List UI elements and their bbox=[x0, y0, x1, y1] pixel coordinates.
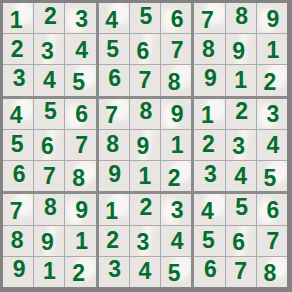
cell-r7c9[interactable]: 6 bbox=[257, 194, 287, 224]
box-9: 456567678 bbox=[194, 194, 287, 287]
cell-digit: 8 bbox=[44, 196, 57, 219]
cell-r5c3[interactable]: 7 bbox=[65, 130, 95, 160]
cell-r8c3[interactable]: 1 bbox=[65, 226, 95, 256]
cell-digit: 2 bbox=[44, 5, 57, 28]
cell-digit: 1 bbox=[10, 9, 23, 32]
cell-digit: 1 bbox=[105, 200, 118, 223]
cell-r8c5[interactable]: 3 bbox=[130, 226, 160, 256]
cell-r6c9[interactable]: 5 bbox=[257, 161, 287, 191]
cell-r4c1[interactable]: 4 bbox=[3, 99, 33, 129]
cell-digit: 5 bbox=[235, 196, 248, 219]
cell-r2c2[interactable]: 3 bbox=[34, 34, 64, 64]
cell-r1c6[interactable]: 6 bbox=[161, 3, 191, 33]
cell-r3c5[interactable]: 7 bbox=[130, 65, 160, 95]
cell-digit: 5 bbox=[202, 229, 215, 252]
cell-digit: 6 bbox=[108, 67, 121, 90]
cell-r1c4[interactable]: 4 bbox=[99, 3, 129, 33]
cell-digit: 1 bbox=[75, 230, 88, 253]
cell-digit: 4 bbox=[139, 260, 152, 283]
cell-digit: 9 bbox=[171, 103, 184, 126]
cell-r5c2[interactable]: 6 bbox=[34, 130, 64, 160]
cell-digit: 3 bbox=[75, 8, 88, 31]
cell-digit: 5 bbox=[140, 5, 153, 28]
cell-digit: 7 bbox=[75, 134, 88, 157]
cell-digit: 4 bbox=[75, 39, 88, 62]
cell-r8c9[interactable]: 7 bbox=[257, 226, 287, 256]
cell-r4c4[interactable]: 7 bbox=[99, 99, 129, 129]
cell-r9c6[interactable]: 5 bbox=[161, 257, 191, 287]
cell-digit: 6 bbox=[171, 8, 184, 31]
cell-r3c9[interactable]: 2 bbox=[257, 65, 287, 95]
box-3: 789891912 bbox=[194, 3, 287, 96]
cell-digit: 3 bbox=[266, 103, 279, 126]
cell-digit: 5 bbox=[72, 71, 85, 94]
cell-digit: 1 bbox=[201, 104, 214, 127]
cell-digit: 9 bbox=[13, 258, 26, 281]
cell-digit: 6 bbox=[41, 135, 54, 158]
cell-r1c2[interactable]: 2 bbox=[34, 3, 64, 33]
cell-r9c9[interactable]: 8 bbox=[257, 257, 287, 287]
cell-digit: 2 bbox=[140, 196, 153, 219]
cell-r2c7[interactable]: 8 bbox=[194, 34, 224, 64]
cell-digit: 2 bbox=[202, 133, 215, 156]
cell-digit: 5 bbox=[263, 167, 276, 190]
cell-digit: 6 bbox=[75, 103, 88, 126]
cell-digit: 8 bbox=[168, 71, 181, 94]
cell-r9c8[interactable]: 7 bbox=[226, 257, 256, 287]
cell-r7c4[interactable]: 1 bbox=[99, 194, 129, 224]
cell-r7c2[interactable]: 8 bbox=[34, 194, 64, 224]
cell-digit: 5 bbox=[44, 100, 57, 123]
cell-digit: 3 bbox=[108, 258, 121, 281]
box-1: 123234345 bbox=[3, 3, 96, 96]
cell-r8c4[interactable]: 2 bbox=[99, 226, 129, 256]
cell-digit: 2 bbox=[235, 100, 248, 123]
cell-digit: 5 bbox=[168, 262, 181, 285]
cell-r6c7[interactable]: 3 bbox=[194, 161, 224, 191]
cell-digit: 1 bbox=[234, 69, 247, 92]
cell-digit: 6 bbox=[137, 40, 150, 63]
cell-digit: 6 bbox=[204, 258, 217, 281]
cell-digit: 8 bbox=[140, 100, 153, 123]
cell-r6c4[interactable]: 9 bbox=[99, 161, 129, 191]
cell-digit: 5 bbox=[11, 133, 24, 156]
cell-r3c2[interactable]: 4 bbox=[34, 65, 64, 95]
box-7: 789891912 bbox=[3, 194, 96, 287]
cell-r9c4[interactable]: 3 bbox=[99, 257, 129, 287]
cell-r9c2[interactable]: 1 bbox=[34, 257, 64, 287]
cell-r9c7[interactable]: 6 bbox=[194, 257, 224, 287]
cell-digit: 8 bbox=[202, 38, 215, 61]
cell-digit: 8 bbox=[235, 5, 248, 28]
cell-digit: 9 bbox=[232, 40, 245, 63]
cell-r9c1[interactable]: 9 bbox=[3, 257, 33, 287]
cell-r1c8[interactable]: 8 bbox=[226, 3, 256, 33]
cell-digit: 7 bbox=[10, 200, 23, 223]
cell-r2c3[interactable]: 4 bbox=[65, 34, 95, 64]
cell-r6c3[interactable]: 8 bbox=[65, 161, 95, 191]
cell-r1c3[interactable]: 3 bbox=[65, 3, 95, 33]
cell-r9c3[interactable]: 2 bbox=[65, 257, 95, 287]
cell-digit: 1 bbox=[266, 39, 279, 62]
cell-r8c8[interactable]: 6 bbox=[226, 226, 256, 256]
cell-digit: 3 bbox=[171, 199, 184, 222]
cell-r7c5[interactable]: 2 bbox=[130, 194, 160, 224]
cell-r5c5[interactable]: 9 bbox=[130, 130, 160, 160]
cell-r7c1[interactable]: 7 bbox=[3, 194, 33, 224]
cell-digit: 7 bbox=[105, 104, 118, 127]
cell-digit: 2 bbox=[72, 262, 85, 285]
cell-r5c8[interactable]: 3 bbox=[226, 130, 256, 160]
cell-digit: 3 bbox=[41, 40, 54, 63]
cell-digit: 6 bbox=[232, 231, 245, 254]
cell-r3c3[interactable]: 5 bbox=[65, 65, 95, 95]
cell-digit: 9 bbox=[75, 199, 88, 222]
cell-r6c5[interactable]: 1 bbox=[130, 161, 160, 191]
box-5: 789891912 bbox=[99, 99, 192, 192]
cell-digit: 1 bbox=[171, 134, 184, 157]
cell-digit: 3 bbox=[137, 231, 150, 254]
cell-r4c6[interactable]: 9 bbox=[161, 99, 191, 129]
cell-r7c3[interactable]: 9 bbox=[65, 194, 95, 224]
cell-digit: 4 bbox=[266, 134, 279, 157]
cell-digit: 8 bbox=[263, 262, 276, 285]
box-4: 456567678 bbox=[3, 99, 96, 192]
cell-r7c7[interactable]: 4 bbox=[194, 194, 224, 224]
cell-digit: 2 bbox=[106, 229, 119, 252]
cell-r6c6[interactable]: 2 bbox=[161, 161, 191, 191]
cell-digit: 4 bbox=[105, 9, 118, 32]
cell-r5c1[interactable]: 5 bbox=[3, 130, 33, 160]
cell-r1c1[interactable]: 1 bbox=[3, 3, 33, 33]
cell-r4c3[interactable]: 6 bbox=[65, 99, 95, 129]
cell-digit: 4 bbox=[201, 200, 214, 223]
cell-digit: 2 bbox=[263, 71, 276, 94]
cell-digit: 6 bbox=[266, 199, 279, 222]
cell-digit: 4 bbox=[171, 230, 184, 253]
cell-r2c8[interactable]: 9 bbox=[226, 34, 256, 64]
cell-r2c1[interactable]: 2 bbox=[3, 34, 33, 64]
cell-digit: 4 bbox=[234, 165, 247, 188]
cell-r2c4[interactable]: 5 bbox=[99, 34, 129, 64]
cell-digit: 3 bbox=[13, 67, 26, 90]
cell-digit: 7 bbox=[266, 230, 279, 253]
cell-digit: 2 bbox=[11, 38, 24, 61]
cell-r4c9[interactable]: 3 bbox=[257, 99, 287, 129]
cell-digit: 5 bbox=[106, 38, 119, 61]
cell-digit: 6 bbox=[13, 163, 26, 186]
cell-digit: 7 bbox=[171, 39, 184, 62]
cell-r1c5[interactable]: 5 bbox=[130, 3, 160, 33]
cell-r4c8[interactable]: 2 bbox=[226, 99, 256, 129]
cell-r8c2[interactable]: 9 bbox=[34, 226, 64, 256]
cell-r8c7[interactable]: 5 bbox=[194, 226, 224, 256]
cell-digit: 4 bbox=[43, 69, 56, 92]
cell-r7c8[interactable]: 5 bbox=[226, 194, 256, 224]
cell-digit: 7 bbox=[139, 69, 152, 92]
cell-digit: 1 bbox=[139, 165, 152, 188]
cell-r2c9[interactable]: 1 bbox=[257, 34, 287, 64]
cell-digit: 9 bbox=[108, 163, 121, 186]
cell-r5c4[interactable]: 8 bbox=[99, 130, 129, 160]
cell-digit: 7 bbox=[43, 165, 56, 188]
cell-r4c2[interactable]: 5 bbox=[34, 99, 64, 129]
box-2: 456567678 bbox=[99, 3, 192, 96]
cell-r3c7[interactable]: 9 bbox=[194, 65, 224, 95]
cell-r3c6[interactable]: 8 bbox=[161, 65, 191, 95]
box-8: 123234345 bbox=[99, 194, 192, 287]
cell-r1c7[interactable]: 7 bbox=[194, 3, 224, 33]
cell-digit: 4 bbox=[10, 104, 23, 127]
cell-digit: 7 bbox=[201, 9, 214, 32]
cell-r7c6[interactable]: 3 bbox=[161, 194, 191, 224]
cell-r2c5[interactable]: 6 bbox=[130, 34, 160, 64]
cell-r9c5[interactable]: 4 bbox=[130, 257, 160, 287]
cell-r4c5[interactable]: 8 bbox=[130, 99, 160, 129]
cell-r6c2[interactable]: 7 bbox=[34, 161, 64, 191]
cell-digit: 8 bbox=[72, 167, 85, 190]
cell-digit: 9 bbox=[137, 135, 150, 158]
sudoku-board: 1232343454565676787898919124565676787898… bbox=[0, 0, 292, 292]
cell-digit: 9 bbox=[41, 231, 54, 254]
cell-digit: 1 bbox=[43, 260, 56, 283]
cell-r8c1[interactable]: 8 bbox=[3, 226, 33, 256]
cell-r2c6[interactable]: 7 bbox=[161, 34, 191, 64]
cell-r6c1[interactable]: 6 bbox=[3, 161, 33, 191]
cell-digit: 8 bbox=[11, 229, 24, 252]
cell-digit: 8 bbox=[106, 133, 119, 156]
cell-digit: 3 bbox=[232, 135, 245, 158]
cell-r3c4[interactable]: 6 bbox=[99, 65, 129, 95]
cell-digit: 9 bbox=[204, 67, 217, 90]
cell-digit: 3 bbox=[204, 163, 217, 186]
cell-r8c6[interactable]: 4 bbox=[161, 226, 191, 256]
cell-r5c9[interactable]: 4 bbox=[257, 130, 287, 160]
cell-r3c8[interactable]: 1 bbox=[226, 65, 256, 95]
cell-r4c7[interactable]: 1 bbox=[194, 99, 224, 129]
cell-r5c6[interactable]: 1 bbox=[161, 130, 191, 160]
cell-digit: 7 bbox=[234, 260, 247, 283]
cell-r5c7[interactable]: 2 bbox=[194, 130, 224, 160]
cell-digit: 9 bbox=[266, 8, 279, 31]
box-6: 123234345 bbox=[194, 99, 287, 192]
cell-digit: 2 bbox=[168, 167, 181, 190]
cell-r3c1[interactable]: 3 bbox=[3, 65, 33, 95]
cell-r6c8[interactable]: 4 bbox=[226, 161, 256, 191]
cell-r1c9[interactable]: 9 bbox=[257, 3, 287, 33]
